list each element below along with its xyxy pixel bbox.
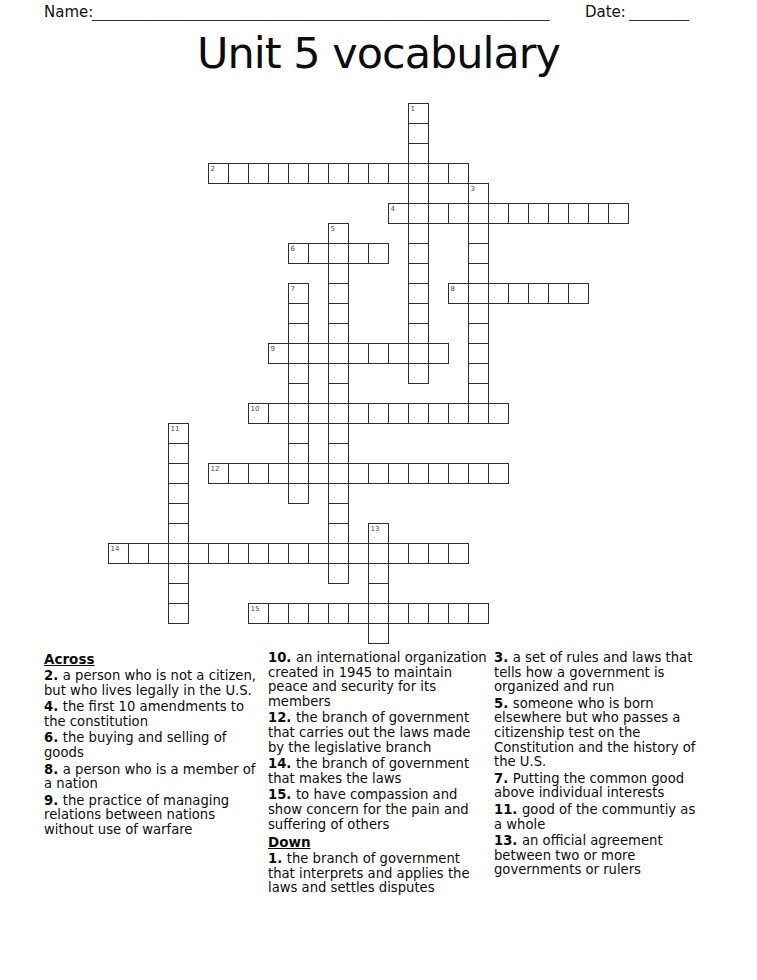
grid-cell[interactable] xyxy=(268,403,289,424)
grid-cell[interactable] xyxy=(568,203,589,224)
clue-9: 9. the practice of managing relations be… xyxy=(44,794,262,838)
grid-cell[interactable] xyxy=(308,403,329,424)
grid-cell[interactable] xyxy=(348,543,369,564)
clue-number: 12. xyxy=(268,710,296,725)
clue-number: 1. xyxy=(268,851,287,866)
grid-cell[interactable] xyxy=(308,543,329,564)
grid-cell[interactable] xyxy=(408,323,429,344)
grid-cell[interactable] xyxy=(468,303,489,324)
grid-cell[interactable] xyxy=(468,603,489,624)
grid-cell[interactable] xyxy=(328,443,349,464)
grid-cell[interactable] xyxy=(468,283,489,304)
grid-cell[interactable] xyxy=(128,543,149,564)
clues-heading-down: Down xyxy=(268,834,488,850)
grid-cell[interactable] xyxy=(148,543,169,564)
grid-cell[interactable]: 10 xyxy=(248,403,269,424)
grid-number-7: 7 xyxy=(291,285,295,293)
grid-cell[interactable] xyxy=(368,543,389,564)
grid-cell[interactable]: 11 xyxy=(168,423,189,444)
grid-cell[interactable] xyxy=(448,603,469,624)
grid-cell[interactable] xyxy=(288,323,309,344)
grid-cell[interactable] xyxy=(388,163,409,184)
grid-number-14: 14 xyxy=(111,545,120,553)
grid-cell[interactable] xyxy=(468,223,489,244)
grid-cell[interactable] xyxy=(408,543,429,564)
grid-cell[interactable] xyxy=(328,283,349,304)
grid-cell[interactable] xyxy=(328,483,349,504)
grid-cell[interactable] xyxy=(388,543,409,564)
grid-cell[interactable] xyxy=(168,443,189,464)
clue-8: 8. a person who is a member of a nation xyxy=(44,763,262,792)
grid-cell[interactable] xyxy=(328,243,349,264)
grid-cell[interactable] xyxy=(408,463,429,484)
grid-cell[interactable] xyxy=(488,463,509,484)
grid-cell[interactable] xyxy=(408,343,429,364)
grid-cell[interactable] xyxy=(408,143,429,164)
grid-number-8: 8 xyxy=(451,285,455,293)
grid-cell[interactable] xyxy=(468,463,489,484)
grid-cell[interactable] xyxy=(348,243,369,264)
grid-number-1: 1 xyxy=(411,105,415,113)
grid-cell[interactable] xyxy=(408,123,429,144)
grid-cell[interactable]: 4 xyxy=(388,203,409,224)
grid-cell[interactable] xyxy=(288,383,309,404)
grid-cell[interactable] xyxy=(348,403,369,424)
grid-cell[interactable] xyxy=(508,283,529,304)
date-blank-line[interactable]: ________ xyxy=(629,3,699,21)
grid-cell[interactable]: 3 xyxy=(468,183,489,204)
grid-cell[interactable] xyxy=(168,483,189,504)
clue-number: 2. xyxy=(44,668,63,683)
grid-number-2: 2 xyxy=(211,165,215,173)
grid-cell[interactable] xyxy=(328,543,349,564)
clue-10: 10. an international organization create… xyxy=(268,651,488,709)
grid-cell[interactable] xyxy=(168,563,189,584)
clue-number: 3. xyxy=(494,650,513,665)
grid-cell[interactable] xyxy=(328,423,349,444)
grid-cell[interactable] xyxy=(448,463,469,484)
grid-cell[interactable] xyxy=(328,363,349,384)
clue-2: 2. a person who is not a citizen, but wh… xyxy=(44,669,262,698)
grid-cell[interactable] xyxy=(508,203,529,224)
grid-cell[interactable] xyxy=(348,603,369,624)
grid-cell[interactable] xyxy=(448,543,469,564)
grid-cell[interactable]: 8 xyxy=(448,283,469,304)
grid-cell[interactable]: 15 xyxy=(248,603,269,624)
grid-cell[interactable] xyxy=(168,583,189,604)
clue-3: 3. a set of rules and laws that tells ho… xyxy=(494,651,706,695)
grid-cell[interactable] xyxy=(368,583,389,604)
grid-cell[interactable] xyxy=(328,163,349,184)
grid-number-11: 11 xyxy=(171,425,180,433)
name-label: Name: xyxy=(44,3,93,21)
grid-cell[interactable] xyxy=(428,203,449,224)
grid-cell[interactable] xyxy=(468,343,489,364)
clues-column-2: 10. an international organization create… xyxy=(268,651,488,898)
clue-13: 13. an official agreement between two or… xyxy=(494,834,706,878)
grid-cell[interactable] xyxy=(388,403,409,424)
grid-cell[interactable] xyxy=(428,543,449,564)
crossword-grid: 123456789101112131415 xyxy=(108,103,629,644)
grid-cell[interactable] xyxy=(368,163,389,184)
clue-7: 7. Putting the common good above individ… xyxy=(494,772,706,801)
grid-number-6: 6 xyxy=(291,245,295,253)
grid-cell[interactable]: 13 xyxy=(368,523,389,544)
clue-number: 6. xyxy=(44,730,63,745)
clue-6: 6. the buying and selling of goods xyxy=(44,731,262,760)
grid-cell[interactable] xyxy=(328,343,349,364)
grid-cell[interactable] xyxy=(408,203,429,224)
grid-number-12: 12 xyxy=(211,465,220,473)
grid-cell[interactable] xyxy=(428,603,449,624)
grid-cell[interactable]: 6 xyxy=(288,243,309,264)
grid-cell[interactable] xyxy=(448,203,469,224)
grid-cell[interactable] xyxy=(588,203,609,224)
grid-cell[interactable] xyxy=(428,463,449,484)
grid-cell[interactable] xyxy=(288,423,309,444)
grid-cell[interactable] xyxy=(548,203,569,224)
grid-cell[interactable] xyxy=(368,343,389,364)
grid-cell[interactable] xyxy=(188,543,209,564)
grid-cell[interactable]: 9 xyxy=(268,343,289,364)
grid-cell[interactable] xyxy=(328,263,349,284)
grid-cell[interactable] xyxy=(228,463,249,484)
clue-15: 15. to have compassion and show concern … xyxy=(268,788,488,832)
grid-cell[interactable] xyxy=(368,463,389,484)
grid-cell[interactable] xyxy=(528,283,549,304)
grid-cell[interactable] xyxy=(568,283,589,304)
grid-cell[interactable] xyxy=(468,383,489,404)
grid-number-5: 5 xyxy=(331,225,335,233)
grid-cell[interactable] xyxy=(168,463,189,484)
grid-cell[interactable] xyxy=(608,203,629,224)
clue-number: 8. xyxy=(44,762,63,777)
grid-cell[interactable] xyxy=(308,243,329,264)
grid-cell[interactable] xyxy=(168,543,189,564)
grid-cell[interactable] xyxy=(368,243,389,264)
grid-cell[interactable] xyxy=(288,443,309,464)
grid-cell[interactable] xyxy=(348,343,369,364)
grid-number-9: 9 xyxy=(271,345,275,353)
grid-cell[interactable] xyxy=(408,223,429,244)
grid-cell[interactable] xyxy=(288,603,309,624)
grid-cell[interactable] xyxy=(528,203,549,224)
clue-5: 5. someone who is born elsewhere but who… xyxy=(494,697,706,770)
clue-number: 14. xyxy=(268,756,296,771)
grid-cell[interactable] xyxy=(288,483,309,504)
grid-cell[interactable] xyxy=(288,363,309,384)
grid-cell[interactable] xyxy=(428,343,449,364)
clue-11: 11. good of the communtiy as a whole xyxy=(494,803,706,832)
clue-number: 4. xyxy=(44,699,63,714)
clue-number: 11. xyxy=(494,802,522,817)
clue-12: 12. the branch of government that carrie… xyxy=(268,711,488,755)
clue-14: 14. the branch of government that makes … xyxy=(268,757,488,786)
grid-cell[interactable] xyxy=(388,603,409,624)
grid-cell[interactable] xyxy=(328,563,349,584)
grid-cell[interactable] xyxy=(468,323,489,344)
grid-cell[interactable] xyxy=(268,603,289,624)
grid-cell[interactable] xyxy=(328,463,349,484)
grid-cell[interactable] xyxy=(408,403,429,424)
grid-cell[interactable] xyxy=(288,463,309,484)
grid-number-10: 10 xyxy=(251,405,260,413)
clues-heading-across: Across xyxy=(44,651,262,667)
grid-cell[interactable] xyxy=(488,283,509,304)
grid-cell[interactable] xyxy=(468,203,489,224)
clues-column-1: Across2. a person who is not a citizen, … xyxy=(44,651,262,840)
grid-cell[interactable] xyxy=(288,163,309,184)
grid-cell[interactable] xyxy=(288,403,309,424)
grid-cell[interactable] xyxy=(408,303,429,324)
grid-cell[interactable] xyxy=(308,163,329,184)
grid-cell[interactable] xyxy=(308,463,329,484)
grid-number-15: 15 xyxy=(251,605,260,613)
grid-cell[interactable] xyxy=(328,503,349,524)
grid-cell[interactable] xyxy=(288,343,309,364)
grid-cell[interactable] xyxy=(268,543,289,564)
grid-cell[interactable] xyxy=(448,163,469,184)
grid-cell[interactable] xyxy=(468,363,489,384)
grid-cell[interactable] xyxy=(328,323,349,344)
grid-cell[interactable] xyxy=(288,543,309,564)
clue-4: 4. the first 10 amendments to the consti… xyxy=(44,700,262,729)
grid-cell[interactable] xyxy=(468,243,489,264)
clue-number: 10. xyxy=(268,650,296,665)
grid-cell[interactable]: 1 xyxy=(408,103,429,124)
name-blank-line[interactable]: ________________________________________… xyxy=(92,3,556,21)
grid-cell[interactable]: 7 xyxy=(288,283,309,304)
grid-cell[interactable] xyxy=(408,363,429,384)
grid-cell[interactable] xyxy=(328,303,349,324)
grid-cell[interactable] xyxy=(408,603,429,624)
grid-cell[interactable] xyxy=(548,283,569,304)
grid-cell[interactable] xyxy=(368,403,389,424)
grid-cell[interactable] xyxy=(208,543,229,564)
grid-cell[interactable] xyxy=(328,383,349,404)
grid-cell[interactable] xyxy=(328,403,349,424)
grid-cell[interactable] xyxy=(388,463,409,484)
grid-cell[interactable] xyxy=(328,523,349,544)
grid-cell[interactable] xyxy=(448,403,469,424)
clues-column-3: 3. a set of rules and laws that tells ho… xyxy=(494,651,706,880)
grid-cell[interactable] xyxy=(268,463,289,484)
grid-cell[interactable] xyxy=(348,463,369,484)
grid-cell[interactable] xyxy=(488,403,509,424)
page-title: Unit 5 vocabulary xyxy=(0,28,757,78)
grid-cell[interactable]: 14 xyxy=(108,543,129,564)
grid-cell[interactable] xyxy=(268,163,289,184)
grid-cell[interactable] xyxy=(248,463,269,484)
grid-cell[interactable]: 2 xyxy=(208,163,229,184)
clue-number: 13. xyxy=(494,833,522,848)
grid-cell[interactable] xyxy=(308,343,329,364)
grid-cell[interactable] xyxy=(288,303,309,324)
grid-cell[interactable] xyxy=(408,243,429,264)
grid-cell[interactable] xyxy=(168,603,189,624)
grid-cell[interactable] xyxy=(348,163,369,184)
grid-cell[interactable]: 12 xyxy=(208,463,229,484)
grid-cell[interactable] xyxy=(248,163,269,184)
clue-number: 5. xyxy=(494,696,513,711)
clue-number: 15. xyxy=(268,787,296,802)
grid-cell[interactable] xyxy=(408,183,429,204)
grid-cell[interactable]: 5 xyxy=(328,223,349,244)
grid-cell[interactable] xyxy=(368,563,389,584)
grid-cell[interactable] xyxy=(328,603,349,624)
grid-cell[interactable] xyxy=(408,283,429,304)
grid-cell[interactable] xyxy=(488,203,509,224)
grid-cell[interactable] xyxy=(428,163,449,184)
grid-cell[interactable] xyxy=(468,263,489,284)
date-label: Date: xyxy=(585,3,626,21)
grid-cell[interactable] xyxy=(248,543,269,564)
clue-1: 1. the branch of government that interpr… xyxy=(268,852,488,896)
grid-cell[interactable] xyxy=(368,623,389,644)
grid-cell[interactable] xyxy=(308,603,329,624)
grid-cell[interactable] xyxy=(388,343,409,364)
grid-cell[interactable] xyxy=(228,163,249,184)
grid-cell[interactable] xyxy=(368,603,389,624)
grid-cell[interactable] xyxy=(468,403,489,424)
grid-cell[interactable] xyxy=(168,523,189,544)
grid-cell[interactable] xyxy=(408,263,429,284)
clue-number: 7. xyxy=(494,771,513,786)
grid-cell[interactable] xyxy=(428,403,449,424)
grid-number-13: 13 xyxy=(371,525,380,533)
grid-cell[interactable] xyxy=(228,543,249,564)
grid-cell[interactable] xyxy=(408,163,429,184)
grid-number-4: 4 xyxy=(391,205,395,213)
clue-number: 9. xyxy=(44,793,63,808)
grid-cell[interactable] xyxy=(168,503,189,524)
grid-number-3: 3 xyxy=(471,185,475,193)
